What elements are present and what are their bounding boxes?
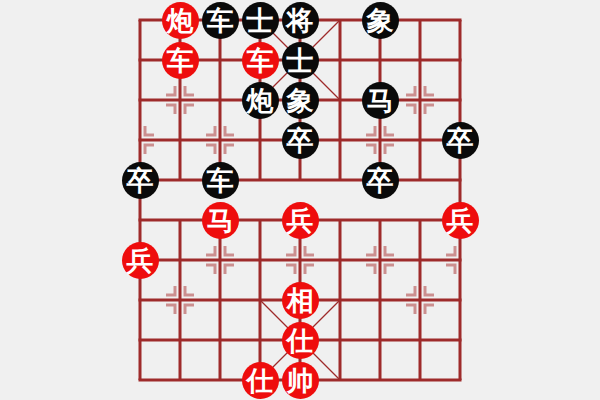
piece-black-cannon[interactable]: 炮: [242, 82, 279, 119]
piece-red-general[interactable]: 帅: [282, 362, 319, 399]
piece-red-soldier[interactable]: 兵: [442, 202, 479, 239]
piece-red-chariot[interactable]: 车: [162, 42, 199, 79]
piece-black-elephant[interactable]: 象: [362, 2, 399, 39]
piece-red-elephant[interactable]: 相: [282, 282, 319, 319]
piece-red-soldier[interactable]: 兵: [282, 202, 319, 239]
xiangqi-app: 炮车士将象车车士炮象马卒卒卒车卒马兵兵兵相仕仕帅: [0, 0, 600, 400]
piece-red-advisor[interactable]: 仕: [242, 362, 279, 399]
piece-black-soldier[interactable]: 卒: [442, 122, 479, 159]
piece-black-soldier[interactable]: 卒: [282, 122, 319, 159]
piece-black-general[interactable]: 将: [282, 2, 319, 39]
xiangqi-board: 炮车士将象车车士炮象马卒卒卒车卒马兵兵兵相仕仕帅: [120, 0, 480, 400]
piece-red-cannon[interactable]: 炮: [162, 2, 199, 39]
piece-black-chariot[interactable]: 车: [202, 2, 239, 39]
piece-black-soldier[interactable]: 卒: [362, 162, 399, 199]
piece-black-elephant[interactable]: 象: [282, 82, 319, 119]
piece-black-advisor[interactable]: 士: [242, 2, 279, 39]
piece-black-advisor[interactable]: 士: [282, 42, 319, 79]
piece-red-advisor[interactable]: 仕: [282, 322, 319, 359]
piece-red-chariot[interactable]: 车: [242, 42, 279, 79]
piece-black-horse[interactable]: 马: [362, 82, 399, 119]
piece-black-chariot[interactable]: 车: [202, 162, 239, 199]
piece-black-soldier[interactable]: 卒: [122, 162, 159, 199]
piece-red-horse[interactable]: 马: [202, 202, 239, 239]
piece-red-soldier[interactable]: 兵: [122, 242, 159, 279]
